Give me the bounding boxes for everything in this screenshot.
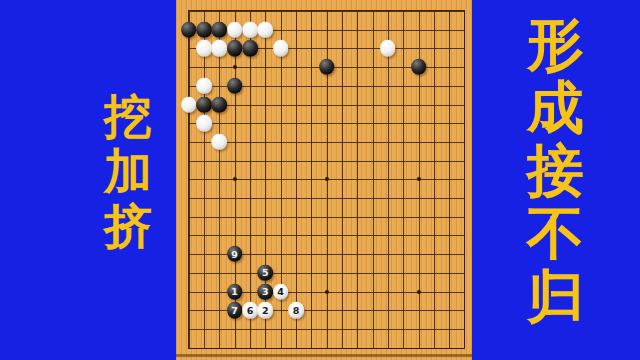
caption-char: 挤	[104, 202, 152, 250]
stone-white	[196, 40, 212, 56]
stone-white	[212, 40, 228, 56]
stone-black	[181, 21, 197, 37]
stone-black	[227, 78, 243, 94]
stone-black: 1	[227, 283, 243, 299]
stone-white	[196, 115, 212, 131]
stone-white	[242, 21, 258, 37]
star-point	[417, 290, 421, 294]
move-number: 8	[293, 305, 300, 316]
caption-char: 加	[104, 147, 152, 195]
left-caption: 挖加挤	[104, 92, 152, 250]
caption-char: 形	[527, 16, 584, 73]
caption-char: 归	[527, 268, 584, 325]
stone-black	[319, 59, 335, 75]
stone-black: 3	[258, 283, 274, 299]
move-number: 2	[262, 305, 269, 316]
stone-black	[411, 59, 427, 75]
stone-black	[196, 96, 212, 112]
stone-white: 6	[242, 302, 258, 318]
stone-black: 7	[227, 302, 243, 318]
stone-white	[273, 40, 289, 56]
caption-char: 挖	[104, 92, 152, 140]
move-number: 6	[247, 305, 254, 316]
stone-white	[212, 134, 228, 150]
stone-black	[196, 21, 212, 37]
star-point	[233, 65, 237, 69]
stone-black	[212, 21, 228, 37]
stone-white: 2	[258, 302, 274, 318]
stone-white	[196, 78, 212, 94]
move-number: 9	[231, 249, 238, 260]
move-number: 1	[231, 286, 238, 297]
stone-black: 5	[258, 265, 274, 281]
stone-white	[181, 96, 197, 112]
left-caption-panel: 挖加挤	[0, 0, 176, 360]
stone-black	[242, 40, 258, 56]
caption-char: 成	[527, 79, 584, 136]
stone-black	[212, 96, 228, 112]
star-point	[233, 177, 237, 181]
stone-black	[227, 40, 243, 56]
board-bottom-edge	[176, 354, 472, 357]
stone-white	[258, 21, 274, 37]
stone-white: 8	[288, 302, 304, 318]
move-number: 4	[277, 286, 284, 297]
star-point	[417, 177, 421, 181]
star-point	[325, 177, 329, 181]
go-board: 951347628	[176, 0, 472, 360]
move-number: 3	[262, 286, 269, 297]
video-frame: 挖加挤 951347628 形成接不归	[0, 0, 640, 360]
move-number: 7	[231, 305, 238, 316]
stone-white	[380, 40, 396, 56]
caption-char: 不	[527, 205, 584, 262]
move-number: 5	[262, 267, 269, 278]
stone-black: 9	[227, 246, 243, 262]
right-caption: 形成接不归	[527, 16, 584, 325]
caption-char: 接	[527, 142, 584, 199]
star-point	[325, 290, 329, 294]
stone-white: 4	[273, 283, 289, 299]
right-caption-panel: 形成接不归	[472, 0, 640, 360]
stone-white	[227, 21, 243, 37]
